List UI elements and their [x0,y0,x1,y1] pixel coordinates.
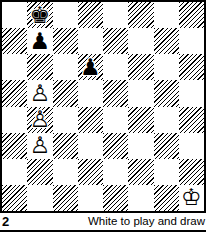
piece-white-pawn-b4[interactable]: ♟♙ [27,107,52,133]
square-a1[interactable] [2,185,27,211]
square-h6[interactable] [179,54,204,80]
square-a4[interactable] [2,107,27,133]
piece-glyph: ♙ [30,108,51,131]
square-c3[interactable] [53,133,78,159]
square-h5[interactable] [179,80,204,106]
square-e7[interactable] [103,28,128,54]
piece-glyph: ♙ [30,134,51,157]
square-e6[interactable] [103,54,128,80]
square-d7[interactable] [78,28,103,54]
piece-glyph: ♙ [30,82,51,105]
square-g4[interactable] [154,107,179,133]
square-c7[interactable] [53,28,78,54]
square-c8[interactable] [53,2,78,28]
square-d4[interactable] [78,107,103,133]
square-e2[interactable] [103,159,128,185]
square-c5[interactable] [53,80,78,106]
square-c4[interactable] [53,107,78,133]
square-g5[interactable] [154,80,179,106]
square-f5[interactable] [128,80,153,106]
square-g6[interactable] [154,54,179,80]
square-c2[interactable] [53,159,78,185]
square-g7[interactable] [154,28,179,54]
square-b5[interactable]: ♟♙ [27,80,52,106]
piece-white-pawn-b3[interactable]: ♟♙ [27,133,52,159]
square-b6[interactable] [27,54,52,80]
square-e4[interactable] [103,107,128,133]
square-a3[interactable] [2,133,27,159]
square-h1[interactable]: ♚♔ [179,185,204,211]
chess-diagram-page: ♚♚♟♟♟♟♟♙♟♙♟♙♚♔ 2 White to play and draw [0,0,206,232]
square-a7[interactable] [2,28,27,54]
square-f1[interactable] [128,185,153,211]
piece-black-pawn-d6[interactable]: ♟♟ [78,54,103,80]
piece-glyph: ♟ [30,30,51,53]
square-d1[interactable] [78,185,103,211]
square-d6[interactable]: ♟♟ [78,54,103,80]
square-f4[interactable] [128,107,153,133]
square-g8[interactable] [154,2,179,28]
piece-white-king-h1[interactable]: ♚♔ [179,185,204,211]
square-b1[interactable] [27,185,52,211]
square-g3[interactable] [154,133,179,159]
square-g1[interactable] [154,185,179,211]
square-d3[interactable] [78,133,103,159]
square-f7[interactable] [128,28,153,54]
piece-black-king-b8[interactable]: ♚♚ [27,2,52,28]
square-e5[interactable] [103,80,128,106]
square-e1[interactable] [103,185,128,211]
square-h7[interactable] [179,28,204,54]
chess-board: ♚♚♟♟♟♟♟♙♟♙♟♙♚♔ [0,0,206,213]
square-e3[interactable] [103,133,128,159]
square-f8[interactable] [128,2,153,28]
square-f3[interactable] [128,133,153,159]
square-c6[interactable] [53,54,78,80]
square-a2[interactable] [2,159,27,185]
diagram-number: 2 [2,214,9,229]
piece-white-pawn-b5[interactable]: ♟♙ [27,80,52,106]
square-c1[interactable] [53,185,78,211]
square-b2[interactable] [27,159,52,185]
square-b3[interactable]: ♟♙ [27,133,52,159]
square-d2[interactable] [78,159,103,185]
caption-text: White to play and draw [88,215,205,227]
square-b7[interactable]: ♟♟ [27,28,52,54]
square-g2[interactable] [154,159,179,185]
square-d8[interactable] [78,2,103,28]
piece-glyph: ♔ [181,186,202,209]
square-h3[interactable] [179,133,204,159]
square-b8[interactable]: ♚♚ [27,2,52,28]
square-h4[interactable] [179,107,204,133]
square-e8[interactable] [103,2,128,28]
piece-black-pawn-b7[interactable]: ♟♟ [27,28,52,54]
square-d5[interactable] [78,80,103,106]
square-h2[interactable] [179,159,204,185]
square-f6[interactable] [128,54,153,80]
piece-glyph: ♚ [30,4,51,27]
square-a5[interactable] [2,80,27,106]
piece-glyph: ♟ [80,56,101,79]
square-b4[interactable]: ♟♙ [27,107,52,133]
square-a8[interactable] [2,2,27,28]
square-a6[interactable] [2,54,27,80]
caption-bar: 2 White to play and draw [0,213,206,232]
square-f2[interactable] [128,159,153,185]
square-h8[interactable] [179,2,204,28]
